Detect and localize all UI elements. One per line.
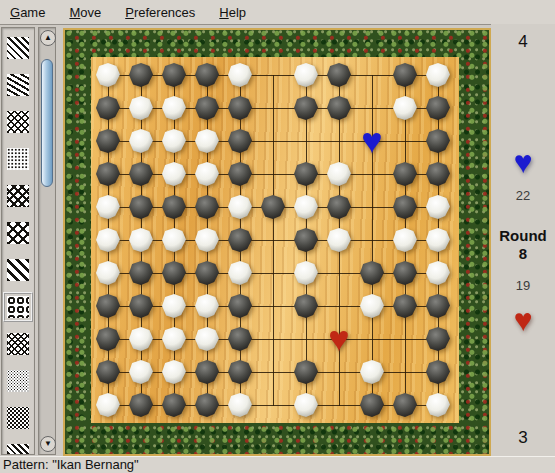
- black-token: [129, 393, 153, 417]
- pattern-swatch-fine-cross-hatch[interactable]: [7, 333, 29, 355]
- black-token: [162, 393, 186, 417]
- blue-heart-icon: ♥: [491, 144, 555, 181]
- pattern-swatch-fine-diagonal-stripes[interactable]: [7, 444, 29, 455]
- pattern-swatch-weave-diagonal[interactable]: [7, 37, 29, 59]
- black-token: [426, 162, 450, 186]
- menu-item-help[interactable]: Help: [219, 5, 246, 20]
- pattern-swatch-diagonal-stripes[interactable]: [7, 259, 29, 281]
- menu-item-preferences[interactable]: Preferences: [125, 5, 195, 20]
- pattern-scrollbar[interactable]: ▲ ▼: [38, 27, 56, 455]
- black-token: [426, 294, 450, 318]
- menu-bar: GameMovePreferencesHelp: [0, 0, 555, 25]
- pattern-swatch-x-lattice-wide[interactable]: [7, 222, 29, 244]
- board-wood-surface: ♥♥: [91, 57, 459, 423]
- board-grid-lines: [108, 75, 439, 406]
- pattern-swatch-x-lattice[interactable]: [7, 185, 29, 207]
- black-token: [426, 129, 450, 153]
- white-token: [426, 228, 450, 252]
- bottom-score: 3: [491, 428, 555, 448]
- black-token: [195, 393, 219, 417]
- top-score: 4: [491, 32, 555, 52]
- pattern-swatch-circles[interactable]: [7, 296, 29, 318]
- white-token: [228, 393, 252, 417]
- white-token: [426, 261, 450, 285]
- black-token: [360, 393, 384, 417]
- black-token: [426, 327, 450, 351]
- white-token: [426, 195, 450, 219]
- menu-item-move[interactable]: Move: [69, 5, 101, 20]
- red-capture-count: 19: [491, 278, 555, 293]
- white-token: [426, 393, 450, 417]
- blue-capture-count: 22: [491, 188, 555, 203]
- red-heart-piece[interactable]: ♥: [322, 322, 356, 356]
- game-board: ♥♥: [63, 28, 491, 456]
- black-token: [426, 96, 450, 120]
- scroll-down-icon[interactable]: ▼: [40, 436, 56, 452]
- black-token: [393, 393, 417, 417]
- pattern-swatch-weave-mixed[interactable]: [7, 74, 29, 96]
- round-label: Round: [491, 227, 555, 244]
- pattern-swatch-dot-weave[interactable]: [7, 370, 29, 392]
- round-value: 8: [491, 245, 555, 262]
- white-token: [426, 63, 450, 87]
- pattern-list: [1, 27, 35, 455]
- pattern-swatch-dot-diagonal[interactable]: [7, 407, 29, 429]
- menu-item-game[interactable]: Game: [10, 5, 45, 20]
- status-bar: Pattern: "Ikan Bernang": [0, 456, 555, 473]
- black-token: [426, 360, 450, 384]
- white-token: [294, 393, 318, 417]
- blue-heart-piece[interactable]: ♥: [355, 124, 389, 158]
- scroll-up-icon[interactable]: ▲: [40, 30, 56, 46]
- white-token: [96, 393, 120, 417]
- pattern-swatch-cross-hatch[interactable]: [7, 111, 29, 133]
- pattern-status-text: Pattern: "Ikan Bernang": [3, 457, 139, 472]
- pattern-swatch-dense-dots[interactable]: [7, 148, 29, 170]
- scrollbar-thumb[interactable]: [41, 59, 53, 187]
- red-heart-icon: ♥: [491, 302, 555, 339]
- score-panel: 4 ♥ 22 Round 8 19 ♥ 3: [491, 24, 555, 456]
